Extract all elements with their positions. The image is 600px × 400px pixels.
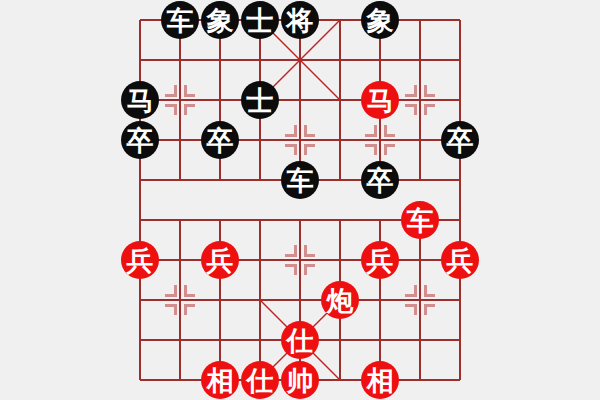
piece-red-elephant[interactable]: 相 — [361, 361, 399, 399]
piece-red-advisor[interactable]: 仕 — [281, 321, 319, 359]
piece-black-soldier[interactable]: 卒 — [201, 121, 239, 159]
piece-black-advisor[interactable]: 士 — [241, 1, 279, 39]
piece-black-chariot[interactable]: 车 — [161, 1, 199, 39]
piece-red-soldier[interactable]: 兵 — [201, 241, 239, 279]
piece-red-soldier[interactable]: 兵 — [441, 241, 479, 279]
piece-red-chariot[interactable]: 车 — [401, 201, 439, 239]
piece-black-elephant[interactable]: 象 — [361, 1, 399, 39]
piece-black-elephant[interactable]: 象 — [201, 1, 239, 39]
piece-red-soldier[interactable]: 兵 — [121, 241, 159, 279]
piece-black-soldier[interactable]: 卒 — [441, 121, 479, 159]
piece-black-soldier[interactable]: 卒 — [121, 121, 159, 159]
piece-black-general[interactable]: 将 — [281, 1, 319, 39]
piece-red-elephant[interactable]: 相 — [201, 361, 239, 399]
piece-red-horse[interactable]: 马 — [361, 81, 399, 119]
piece-black-chariot[interactable]: 车 — [281, 161, 319, 199]
pieces-layer: 车象士将象马士马卒卒卒车卒车兵兵兵兵炮仕相仕帅相 — [0, 0, 600, 400]
piece-black-horse[interactable]: 马 — [121, 81, 159, 119]
piece-red-cannon[interactable]: 炮 — [321, 281, 359, 319]
piece-red-advisor[interactable]: 仕 — [241, 361, 279, 399]
piece-red-general[interactable]: 帅 — [281, 361, 319, 399]
piece-red-soldier[interactable]: 兵 — [361, 241, 399, 279]
xiangqi-board[interactable]: 车象士将象马士马卒卒卒车卒车兵兵兵兵炮仕相仕帅相 — [0, 0, 600, 400]
piece-black-advisor[interactable]: 士 — [241, 81, 279, 119]
piece-black-soldier[interactable]: 卒 — [361, 161, 399, 199]
